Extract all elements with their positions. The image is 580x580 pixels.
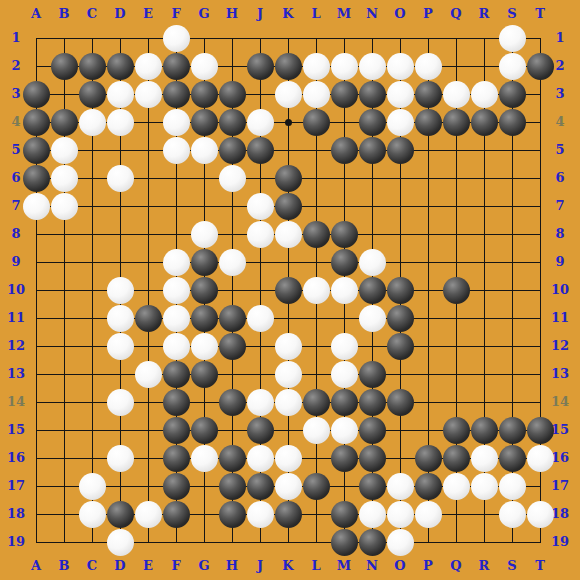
col-label-top: N	[359, 4, 385, 24]
black-stone[interactable]: ●	[359, 137, 386, 164]
white-stone[interactable]: ○	[219, 249, 246, 276]
black-stone[interactable]: ●	[247, 53, 274, 80]
white-stone[interactable]: ○	[387, 529, 414, 556]
row-label-right: 1	[547, 28, 573, 48]
row-label-left: 1	[3, 28, 29, 48]
col-label-top: L	[303, 4, 329, 24]
white-stone[interactable]: ○	[135, 361, 162, 388]
white-stone[interactable]: ○	[527, 501, 554, 528]
white-stone[interactable]: ○	[527, 445, 554, 472]
col-label-bottom: M	[331, 556, 357, 576]
white-stone[interactable]: ○	[135, 53, 162, 80]
col-label-top: F	[163, 4, 189, 24]
row-label-right: 3	[547, 84, 573, 104]
black-stone[interactable]: ●	[275, 53, 302, 80]
black-stone[interactable]: ●	[387, 333, 414, 360]
black-stone[interactable]: ●	[499, 109, 526, 136]
white-stone[interactable]: ○	[247, 193, 274, 220]
black-stone[interactable]: ●	[443, 109, 470, 136]
black-stone[interactable]: ●	[443, 277, 470, 304]
white-stone[interactable]: ○	[163, 25, 190, 52]
black-stone[interactable]: ●	[331, 137, 358, 164]
row-label-left: 10	[3, 280, 29, 300]
white-stone[interactable]: ○	[387, 53, 414, 80]
black-stone[interactable]: ●	[387, 137, 414, 164]
white-stone[interactable]: ○	[191, 333, 218, 360]
black-stone[interactable]: ●	[275, 277, 302, 304]
black-stone[interactable]: ●	[303, 473, 330, 500]
black-stone[interactable]: ●	[219, 333, 246, 360]
col-label-bottom: H	[219, 556, 245, 576]
white-stone[interactable]: ○	[163, 249, 190, 276]
black-stone[interactable]: ●	[387, 277, 414, 304]
white-stone[interactable]: ○	[79, 109, 106, 136]
black-stone[interactable]: ●	[163, 389, 190, 416]
hoshi-point	[285, 119, 292, 126]
row-label-left: 9	[3, 252, 29, 272]
row-label-left: 19	[3, 532, 29, 552]
white-stone[interactable]: ○	[303, 277, 330, 304]
black-stone[interactable]: ●	[191, 361, 218, 388]
black-stone[interactable]: ●	[415, 445, 442, 472]
white-stone[interactable]: ○	[331, 417, 358, 444]
black-stone[interactable]: ●	[359, 529, 386, 556]
row-label-left: 17	[3, 476, 29, 496]
white-stone[interactable]: ○	[415, 501, 442, 528]
col-label-top: D	[107, 4, 133, 24]
black-stone[interactable]: ●	[499, 417, 526, 444]
white-stone[interactable]: ○	[331, 333, 358, 360]
white-stone[interactable]: ○	[303, 81, 330, 108]
white-stone[interactable]: ○	[359, 53, 386, 80]
col-label-top: H	[219, 4, 245, 24]
white-stone[interactable]: ○	[107, 165, 134, 192]
white-stone[interactable]: ○	[51, 193, 78, 220]
white-stone[interactable]: ○	[275, 445, 302, 472]
black-stone[interactable]: ●	[415, 81, 442, 108]
black-stone[interactable]: ●	[359, 473, 386, 500]
white-stone[interactable]: ○	[107, 333, 134, 360]
col-label-top: E	[135, 4, 161, 24]
goban[interactable]: AABBCCDDEEFFGGHHJJKKLLMMNNOOPPQQRRSSTT11…	[0, 0, 580, 580]
black-stone[interactable]: ●	[51, 53, 78, 80]
white-stone[interactable]: ○	[79, 473, 106, 500]
white-stone[interactable]: ○	[275, 389, 302, 416]
white-stone[interactable]: ○	[499, 25, 526, 52]
white-stone[interactable]: ○	[275, 473, 302, 500]
white-stone[interactable]: ○	[275, 221, 302, 248]
black-stone[interactable]: ●	[527, 417, 554, 444]
black-stone[interactable]: ●	[219, 137, 246, 164]
white-stone[interactable]: ○	[499, 53, 526, 80]
white-stone[interactable]: ○	[23, 193, 50, 220]
white-stone[interactable]: ○	[107, 529, 134, 556]
white-stone[interactable]: ○	[331, 53, 358, 80]
black-stone[interactable]: ●	[359, 389, 386, 416]
white-stone[interactable]: ○	[247, 445, 274, 472]
black-stone[interactable]: ●	[23, 81, 50, 108]
white-stone[interactable]: ○	[163, 305, 190, 332]
col-label-top: K	[275, 4, 301, 24]
black-stone[interactable]: ●	[499, 81, 526, 108]
col-label-top: C	[79, 4, 105, 24]
white-stone[interactable]: ○	[387, 81, 414, 108]
white-stone[interactable]: ○	[51, 137, 78, 164]
row-label-right: 5	[547, 140, 573, 160]
col-label-top: G	[191, 4, 217, 24]
black-stone[interactable]: ●	[443, 417, 470, 444]
row-label-left: 8	[3, 224, 29, 244]
white-stone[interactable]: ○	[387, 473, 414, 500]
black-stone[interactable]: ●	[415, 473, 442, 500]
white-stone[interactable]: ○	[247, 389, 274, 416]
black-stone[interactable]: ●	[219, 473, 246, 500]
black-stone[interactable]: ●	[303, 221, 330, 248]
white-stone[interactable]: ○	[359, 305, 386, 332]
white-stone[interactable]: ○	[247, 221, 274, 248]
black-stone[interactable]: ●	[135, 305, 162, 332]
black-stone[interactable]: ●	[443, 445, 470, 472]
black-stone[interactable]: ●	[219, 445, 246, 472]
white-stone[interactable]: ○	[415, 53, 442, 80]
white-stone[interactable]: ○	[275, 361, 302, 388]
col-label-top: O	[387, 4, 413, 24]
col-label-bottom: B	[51, 556, 77, 576]
white-stone[interactable]: ○	[471, 81, 498, 108]
row-label-right: 10	[547, 280, 573, 300]
row-label-right: 13	[547, 364, 573, 384]
black-stone[interactable]: ●	[387, 389, 414, 416]
white-stone[interactable]: ○	[247, 109, 274, 136]
white-stone[interactable]: ○	[107, 109, 134, 136]
black-stone[interactable]: ●	[275, 165, 302, 192]
white-stone[interactable]: ○	[387, 109, 414, 136]
black-stone[interactable]: ●	[415, 109, 442, 136]
row-label-left: 13	[3, 364, 29, 384]
white-stone[interactable]: ○	[107, 305, 134, 332]
black-stone[interactable]: ●	[191, 305, 218, 332]
col-label-top: B	[51, 4, 77, 24]
black-stone[interactable]: ●	[359, 361, 386, 388]
col-label-top: T	[527, 4, 553, 24]
black-stone[interactable]: ●	[471, 109, 498, 136]
white-stone[interactable]: ○	[191, 445, 218, 472]
white-stone[interactable]: ○	[275, 333, 302, 360]
black-stone[interactable]: ●	[387, 305, 414, 332]
white-stone[interactable]: ○	[275, 81, 302, 108]
black-stone[interactable]: ●	[163, 501, 190, 528]
white-stone[interactable]: ○	[331, 361, 358, 388]
black-stone[interactable]: ●	[275, 193, 302, 220]
row-label-left: 11	[3, 308, 29, 328]
white-stone[interactable]: ○	[51, 165, 78, 192]
white-stone[interactable]: ○	[471, 473, 498, 500]
black-stone[interactable]: ●	[163, 473, 190, 500]
black-stone[interactable]: ●	[331, 445, 358, 472]
black-stone[interactable]: ●	[359, 417, 386, 444]
black-stone[interactable]: ●	[191, 81, 218, 108]
black-stone[interactable]: ●	[331, 81, 358, 108]
black-stone[interactable]: ●	[219, 501, 246, 528]
col-label-top: A	[23, 4, 49, 24]
black-stone[interactable]: ●	[359, 109, 386, 136]
row-label-left: 12	[3, 336, 29, 356]
col-label-top: Q	[443, 4, 469, 24]
white-stone[interactable]: ○	[163, 277, 190, 304]
black-stone[interactable]: ●	[191, 249, 218, 276]
black-stone[interactable]: ●	[23, 137, 50, 164]
white-stone[interactable]: ○	[135, 501, 162, 528]
white-stone[interactable]: ○	[443, 81, 470, 108]
white-stone[interactable]: ○	[163, 137, 190, 164]
col-label-bottom: L	[303, 556, 329, 576]
black-stone[interactable]: ●	[219, 81, 246, 108]
black-stone[interactable]: ●	[191, 417, 218, 444]
col-label-bottom: K	[275, 556, 301, 576]
col-label-bottom: T	[527, 556, 553, 576]
white-stone[interactable]: ○	[191, 53, 218, 80]
white-stone[interactable]: ○	[387, 501, 414, 528]
white-stone[interactable]: ○	[191, 137, 218, 164]
white-stone[interactable]: ○	[163, 333, 190, 360]
white-stone[interactable]: ○	[107, 277, 134, 304]
black-stone[interactable]: ●	[275, 501, 302, 528]
row-label-right: 9	[547, 252, 573, 272]
white-stone[interactable]: ○	[359, 249, 386, 276]
white-stone[interactable]: ○	[135, 81, 162, 108]
black-stone[interactable]: ●	[163, 417, 190, 444]
black-stone[interactable]: ●	[331, 501, 358, 528]
white-stone[interactable]: ○	[443, 473, 470, 500]
col-label-bottom: J	[247, 556, 273, 576]
black-stone[interactable]: ●	[359, 445, 386, 472]
black-stone[interactable]: ●	[163, 361, 190, 388]
white-stone[interactable]: ○	[219, 165, 246, 192]
white-stone[interactable]: ○	[107, 81, 134, 108]
col-label-bottom: E	[135, 556, 161, 576]
black-stone[interactable]: ●	[107, 501, 134, 528]
black-stone[interactable]: ●	[23, 109, 50, 136]
row-label-left: 2	[3, 56, 29, 76]
col-label-bottom: F	[163, 556, 189, 576]
black-stone[interactable]: ●	[331, 389, 358, 416]
black-stone[interactable]: ●	[471, 417, 498, 444]
white-stone[interactable]: ○	[163, 109, 190, 136]
col-label-top: P	[415, 4, 441, 24]
black-stone[interactable]: ●	[219, 109, 246, 136]
black-stone[interactable]: ●	[303, 109, 330, 136]
col-label-bottom: P	[415, 556, 441, 576]
col-label-top: J	[247, 4, 273, 24]
col-label-top: R	[471, 4, 497, 24]
white-stone[interactable]: ○	[247, 305, 274, 332]
black-stone[interactable]: ●	[247, 137, 274, 164]
white-stone[interactable]: ○	[499, 501, 526, 528]
black-stone[interactable]: ●	[359, 81, 386, 108]
col-label-top: M	[331, 4, 357, 24]
white-stone[interactable]: ○	[191, 221, 218, 248]
row-label-left: 15	[3, 420, 29, 440]
white-stone[interactable]: ○	[303, 53, 330, 80]
row-label-right: 8	[547, 224, 573, 244]
col-label-bottom: A	[23, 556, 49, 576]
white-stone[interactable]: ○	[107, 445, 134, 472]
row-label-right: 7	[547, 196, 573, 216]
black-stone[interactable]: ●	[359, 277, 386, 304]
white-stone[interactable]: ○	[107, 389, 134, 416]
black-stone[interactable]: ●	[331, 249, 358, 276]
white-stone[interactable]: ○	[359, 501, 386, 528]
white-stone[interactable]: ○	[471, 445, 498, 472]
black-stone[interactable]: ●	[331, 529, 358, 556]
black-stone[interactable]: ●	[499, 445, 526, 472]
white-stone[interactable]: ○	[331, 277, 358, 304]
black-stone[interactable]: ●	[163, 445, 190, 472]
white-stone[interactable]: ○	[499, 473, 526, 500]
row-label-right: 6	[547, 168, 573, 188]
col-label-top: S	[499, 4, 525, 24]
white-stone[interactable]: ○	[79, 501, 106, 528]
col-label-bottom: N	[359, 556, 385, 576]
black-stone[interactable]: ●	[247, 473, 274, 500]
row-label-right: 19	[547, 532, 573, 552]
row-label-right: 14	[547, 392, 573, 412]
row-label-right: 17	[547, 476, 573, 496]
black-stone[interactable]: ●	[191, 109, 218, 136]
black-stone[interactable]: ●	[303, 389, 330, 416]
row-label-right: 12	[547, 336, 573, 356]
black-stone[interactable]: ●	[219, 389, 246, 416]
col-label-bottom: C	[79, 556, 105, 576]
black-stone[interactable]: ●	[23, 165, 50, 192]
col-label-bottom: Q	[443, 556, 469, 576]
row-label-left: 18	[3, 504, 29, 524]
black-stone[interactable]: ●	[219, 305, 246, 332]
black-stone[interactable]: ●	[79, 81, 106, 108]
col-label-bottom: R	[471, 556, 497, 576]
black-stone[interactable]: ●	[79, 53, 106, 80]
black-stone[interactable]: ●	[163, 53, 190, 80]
col-label-bottom: G	[191, 556, 217, 576]
row-label-left: 14	[3, 392, 29, 412]
row-label-right: 11	[547, 308, 573, 328]
col-label-bottom: S	[499, 556, 525, 576]
black-stone[interactable]: ●	[527, 53, 554, 80]
black-stone[interactable]: ●	[191, 277, 218, 304]
row-label-left: 16	[3, 448, 29, 468]
col-label-bottom: O	[387, 556, 413, 576]
black-stone[interactable]: ●	[247, 417, 274, 444]
black-stone[interactable]: ●	[51, 109, 78, 136]
col-label-bottom: D	[107, 556, 133, 576]
row-label-right: 4	[547, 112, 573, 132]
black-stone[interactable]: ●	[163, 81, 190, 108]
white-stone[interactable]: ○	[303, 417, 330, 444]
black-stone[interactable]: ●	[107, 53, 134, 80]
black-stone[interactable]: ●	[331, 221, 358, 248]
white-stone[interactable]: ○	[247, 501, 274, 528]
